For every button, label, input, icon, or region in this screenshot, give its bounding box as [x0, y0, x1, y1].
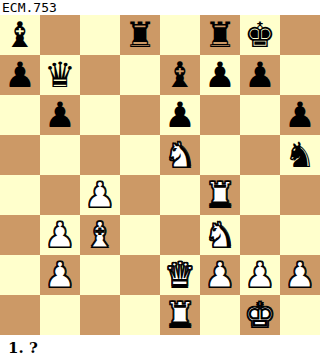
square-g5[interactable] — [240, 135, 280, 175]
white-knight-e5: ♞ — [164, 135, 195, 175]
white-rook-e1: ♜ — [164, 295, 195, 335]
square-c1[interactable] — [80, 295, 120, 335]
square-h7[interactable] — [280, 55, 320, 95]
square-a6[interactable] — [0, 95, 40, 135]
square-c7[interactable] — [80, 55, 120, 95]
black-pawn-g7: ♟ — [244, 55, 275, 95]
square-f4[interactable]: ♜ — [200, 175, 240, 215]
white-rook-f4: ♜ — [204, 175, 235, 215]
square-e2[interactable]: ♛ — [160, 255, 200, 295]
square-g8[interactable]: ♚ — [240, 15, 280, 55]
square-b3[interactable]: ♟ — [40, 215, 80, 255]
square-b6[interactable]: ♟ — [40, 95, 80, 135]
white-pawn-c4: ♟ — [84, 175, 115, 215]
square-c3[interactable]: ♝ — [80, 215, 120, 255]
square-e3[interactable] — [160, 215, 200, 255]
chess-app-window: ECM.753 ♝♜♜♚♟♛♝♟♟♟♟♟♞♞♟♜♟♝♞♟♛♟♟♟♜♚ 1. ? — [0, 0, 320, 360]
square-d3[interactable] — [120, 215, 160, 255]
black-pawn-h6: ♟ — [284, 95, 315, 135]
title-bar: ECM.753 — [0, 0, 320, 15]
square-h6[interactable]: ♟ — [280, 95, 320, 135]
square-h8[interactable] — [280, 15, 320, 55]
black-knight-h5: ♞ — [284, 135, 315, 175]
square-c4[interactable]: ♟ — [80, 175, 120, 215]
square-a7[interactable]: ♟ — [0, 55, 40, 95]
square-e7[interactable]: ♝ — [160, 55, 200, 95]
square-h4[interactable] — [280, 175, 320, 215]
square-d8[interactable]: ♜ — [120, 15, 160, 55]
square-b1[interactable] — [40, 295, 80, 335]
square-d6[interactable] — [120, 95, 160, 135]
square-g6[interactable] — [240, 95, 280, 135]
square-f5[interactable] — [200, 135, 240, 175]
white-pawn-g2: ♟ — [244, 255, 275, 295]
white-queen-e2: ♛ — [164, 255, 195, 295]
square-b7[interactable]: ♛ — [40, 55, 80, 95]
square-f7[interactable]: ♟ — [200, 55, 240, 95]
square-e8[interactable] — [160, 15, 200, 55]
move-bar: 1. ? — [0, 335, 320, 360]
square-a2[interactable] — [0, 255, 40, 295]
square-b8[interactable] — [40, 15, 80, 55]
square-e6[interactable]: ♟ — [160, 95, 200, 135]
square-c6[interactable] — [80, 95, 120, 135]
square-c2[interactable] — [80, 255, 120, 295]
square-f1[interactable] — [200, 295, 240, 335]
square-d5[interactable] — [120, 135, 160, 175]
square-g7[interactable]: ♟ — [240, 55, 280, 95]
square-d4[interactable] — [120, 175, 160, 215]
black-rook-f8: ♜ — [204, 15, 235, 55]
black-queen-b7: ♛ — [44, 55, 75, 95]
square-f2[interactable]: ♟ — [200, 255, 240, 295]
square-c8[interactable] — [80, 15, 120, 55]
square-g4[interactable] — [240, 175, 280, 215]
white-bishop-c3: ♝ — [84, 215, 115, 255]
square-a8[interactable]: ♝ — [0, 15, 40, 55]
square-f8[interactable]: ♜ — [200, 15, 240, 55]
black-rook-d8: ♜ — [124, 15, 155, 55]
white-pawn-h2: ♟ — [284, 255, 315, 295]
white-knight-f3: ♞ — [204, 215, 235, 255]
puzzle-title: ECM.753 — [0, 0, 57, 15]
square-f3[interactable]: ♞ — [200, 215, 240, 255]
black-pawn-e6: ♟ — [164, 95, 195, 135]
white-king-g1: ♚ — [244, 295, 275, 335]
square-a3[interactable] — [0, 215, 40, 255]
black-bishop-e7: ♝ — [164, 55, 195, 95]
square-b5[interactable] — [40, 135, 80, 175]
square-e5[interactable]: ♞ — [160, 135, 200, 175]
black-king-g8: ♚ — [244, 15, 275, 55]
square-h1[interactable] — [280, 295, 320, 335]
chess-board: ♝♜♜♚♟♛♝♟♟♟♟♟♞♞♟♜♟♝♞♟♛♟♟♟♜♚ — [0, 15, 320, 335]
black-pawn-b6: ♟ — [44, 95, 75, 135]
square-g2[interactable]: ♟ — [240, 255, 280, 295]
square-a1[interactable] — [0, 295, 40, 335]
square-d7[interactable] — [120, 55, 160, 95]
move-prompt: 1. ? — [0, 339, 38, 357]
square-c5[interactable] — [80, 135, 120, 175]
square-b2[interactable]: ♟ — [40, 255, 80, 295]
square-d2[interactable] — [120, 255, 160, 295]
white-pawn-b3: ♟ — [44, 215, 75, 255]
square-g3[interactable] — [240, 215, 280, 255]
square-g1[interactable]: ♚ — [240, 295, 280, 335]
square-d1[interactable] — [120, 295, 160, 335]
black-pawn-f7: ♟ — [204, 55, 235, 95]
square-b4[interactable] — [40, 175, 80, 215]
square-a5[interactable] — [0, 135, 40, 175]
square-e4[interactable] — [160, 175, 200, 215]
white-pawn-f2: ♟ — [204, 255, 235, 295]
black-pawn-a7: ♟ — [4, 55, 35, 95]
square-h3[interactable] — [280, 215, 320, 255]
square-h5[interactable]: ♞ — [280, 135, 320, 175]
black-bishop-a8: ♝ — [4, 15, 35, 55]
square-a4[interactable] — [0, 175, 40, 215]
square-e1[interactable]: ♜ — [160, 295, 200, 335]
white-pawn-b2: ♟ — [44, 255, 75, 295]
square-h2[interactable]: ♟ — [280, 255, 320, 295]
square-f6[interactable] — [200, 95, 240, 135]
